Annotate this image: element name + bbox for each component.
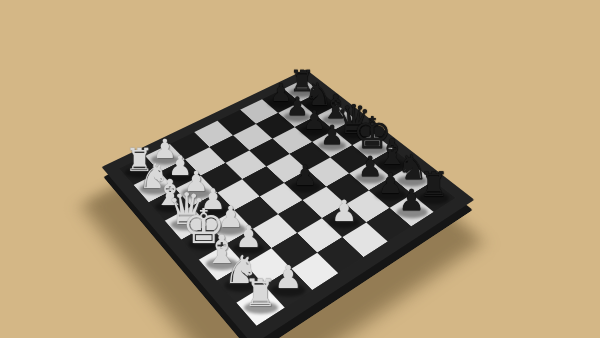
stage: ♜♞♝♛♚♝♞♜♟♟♟♟♟♟♟♟♟♟♟♟♟♟♟♟♜♞♝♛♚♝♞♜ <box>0 0 600 338</box>
scene <box>0 0 600 338</box>
